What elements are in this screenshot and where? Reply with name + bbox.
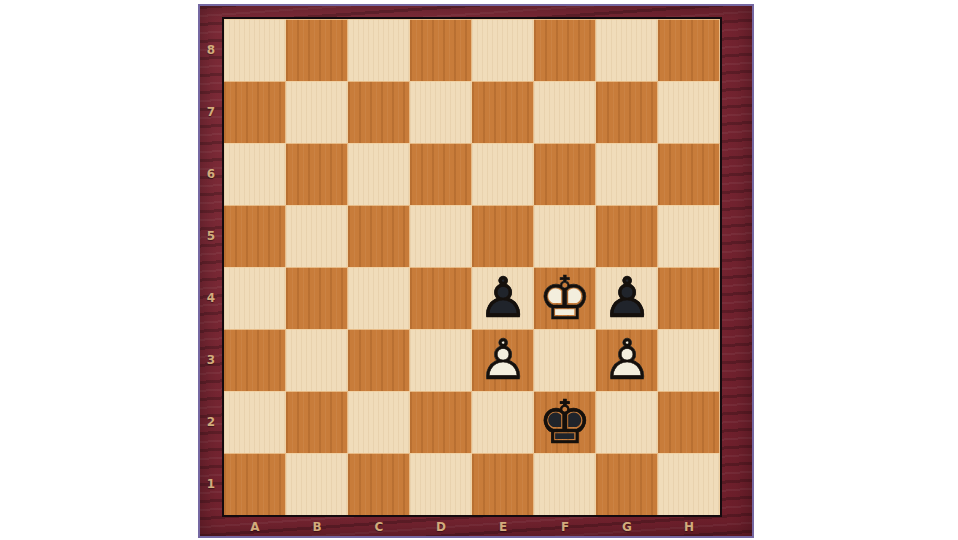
file-label-f: F bbox=[534, 518, 596, 536]
square-e8[interactable] bbox=[472, 19, 534, 81]
square-a7[interactable] bbox=[224, 81, 286, 143]
square-g8[interactable] bbox=[596, 19, 658, 81]
square-d5[interactable] bbox=[410, 205, 472, 267]
black-pawn-outline-icon: ♙ bbox=[472, 267, 534, 329]
square-b6[interactable] bbox=[286, 143, 348, 205]
white-king-outline-icon: ♔ bbox=[534, 267, 596, 329]
square-e5[interactable] bbox=[472, 205, 534, 267]
rank-label-1: 1 bbox=[200, 453, 222, 515]
square-a3[interactable] bbox=[224, 329, 286, 391]
white-pawn-outline-icon: ♙ bbox=[472, 329, 534, 391]
piece-white-pawn[interactable]: ♟♙ bbox=[596, 329, 658, 391]
square-b5[interactable] bbox=[286, 205, 348, 267]
rank-label-7: 7 bbox=[200, 81, 222, 143]
square-g5[interactable] bbox=[596, 205, 658, 267]
square-e3[interactable]: ♟♙ bbox=[472, 329, 534, 391]
square-g1[interactable] bbox=[596, 453, 658, 515]
file-label-g: G bbox=[596, 518, 658, 536]
square-a4[interactable] bbox=[224, 267, 286, 329]
square-e2[interactable] bbox=[472, 391, 534, 453]
square-h2[interactable] bbox=[658, 391, 720, 453]
square-h1[interactable] bbox=[658, 453, 720, 515]
black-pawn-outline-icon: ♙ bbox=[596, 267, 658, 329]
square-a2[interactable] bbox=[224, 391, 286, 453]
square-d2[interactable] bbox=[410, 391, 472, 453]
square-f3[interactable] bbox=[534, 329, 596, 391]
piece-white-pawn[interactable]: ♟♙ bbox=[472, 329, 534, 391]
page: ♟♙♚♔♟♙♟♙♟♙♚♔ 87654321ABCDEFGH bbox=[0, 0, 958, 540]
file-label-a: A bbox=[224, 518, 286, 536]
square-c6[interactable] bbox=[348, 143, 410, 205]
square-h4[interactable] bbox=[658, 267, 720, 329]
square-e1[interactable] bbox=[472, 453, 534, 515]
square-h3[interactable] bbox=[658, 329, 720, 391]
square-f4[interactable]: ♚♔ bbox=[534, 267, 596, 329]
square-h6[interactable] bbox=[658, 143, 720, 205]
square-h8[interactable] bbox=[658, 19, 720, 81]
square-a8[interactable] bbox=[224, 19, 286, 81]
piece-black-pawn[interactable]: ♟♙ bbox=[472, 267, 534, 329]
square-e7[interactable] bbox=[472, 81, 534, 143]
square-g3[interactable]: ♟♙ bbox=[596, 329, 658, 391]
square-b3[interactable] bbox=[286, 329, 348, 391]
square-c5[interactable] bbox=[348, 205, 410, 267]
square-d8[interactable] bbox=[410, 19, 472, 81]
file-label-b: B bbox=[286, 518, 348, 536]
square-b4[interactable] bbox=[286, 267, 348, 329]
square-e4[interactable]: ♟♙ bbox=[472, 267, 534, 329]
square-d4[interactable] bbox=[410, 267, 472, 329]
square-f5[interactable] bbox=[534, 205, 596, 267]
file-label-c: C bbox=[348, 518, 410, 536]
square-c4[interactable] bbox=[348, 267, 410, 329]
rank-label-2: 2 bbox=[200, 391, 222, 453]
white-pawn-outline-icon: ♙ bbox=[596, 329, 658, 391]
file-label-d: D bbox=[410, 518, 472, 536]
file-label-e: E bbox=[472, 518, 534, 536]
square-c2[interactable] bbox=[348, 391, 410, 453]
rank-label-4: 4 bbox=[200, 267, 222, 329]
square-f8[interactable] bbox=[534, 19, 596, 81]
square-c1[interactable] bbox=[348, 453, 410, 515]
square-f7[interactable] bbox=[534, 81, 596, 143]
square-a1[interactable] bbox=[224, 453, 286, 515]
square-d1[interactable] bbox=[410, 453, 472, 515]
square-g4[interactable]: ♟♙ bbox=[596, 267, 658, 329]
square-g2[interactable] bbox=[596, 391, 658, 453]
file-label-h: H bbox=[658, 518, 720, 536]
board-frame: ♟♙♚♔♟♙♟♙♟♙♚♔ 87654321ABCDEFGH bbox=[198, 4, 754, 538]
square-h7[interactable] bbox=[658, 81, 720, 143]
square-e6[interactable] bbox=[472, 143, 534, 205]
rank-label-6: 6 bbox=[200, 143, 222, 205]
square-f1[interactable] bbox=[534, 453, 596, 515]
square-b2[interactable] bbox=[286, 391, 348, 453]
rank-label-3: 3 bbox=[200, 329, 222, 391]
square-a6[interactable] bbox=[224, 143, 286, 205]
square-c8[interactable] bbox=[348, 19, 410, 81]
black-king-outline-icon: ♔ bbox=[534, 391, 596, 453]
square-b1[interactable] bbox=[286, 453, 348, 515]
square-d3[interactable] bbox=[410, 329, 472, 391]
square-h5[interactable] bbox=[658, 205, 720, 267]
square-g7[interactable] bbox=[596, 81, 658, 143]
square-f6[interactable] bbox=[534, 143, 596, 205]
chess-board: ♟♙♚♔♟♙♟♙♟♙♚♔ bbox=[222, 17, 722, 517]
rank-label-8: 8 bbox=[200, 19, 222, 81]
square-g6[interactable] bbox=[596, 143, 658, 205]
square-a5[interactable] bbox=[224, 205, 286, 267]
square-b7[interactable] bbox=[286, 81, 348, 143]
square-f2[interactable]: ♚♔ bbox=[534, 391, 596, 453]
piece-black-king[interactable]: ♚♔ bbox=[534, 391, 596, 453]
square-b8[interactable] bbox=[286, 19, 348, 81]
square-d6[interactable] bbox=[410, 143, 472, 205]
square-d7[interactable] bbox=[410, 81, 472, 143]
piece-black-pawn[interactable]: ♟♙ bbox=[596, 267, 658, 329]
square-c3[interactable] bbox=[348, 329, 410, 391]
square-c7[interactable] bbox=[348, 81, 410, 143]
piece-white-king[interactable]: ♚♔ bbox=[534, 267, 596, 329]
rank-label-5: 5 bbox=[200, 205, 222, 267]
